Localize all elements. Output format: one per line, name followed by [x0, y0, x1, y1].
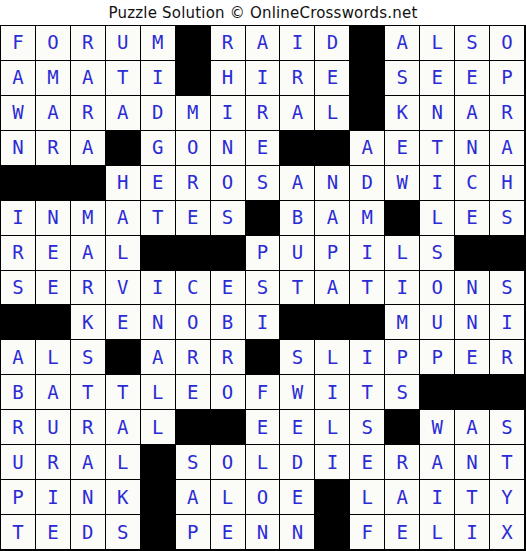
letter-cell-r9c13: U [420, 305, 455, 340]
letter-cell-r15c12: E [385, 515, 420, 550]
letter-cell-r1c12: A [385, 26, 420, 61]
letter-cell-r15c13: L [420, 515, 455, 550]
letter-cell-r14c14: T [455, 480, 490, 515]
letter-cell-r10c15: R [490, 340, 525, 375]
black-cell-r10c4 [106, 340, 141, 375]
letter-cell-r2c1: A [1, 61, 36, 96]
letter-cell-r2c13: E [420, 61, 455, 96]
letter-cell-r13c10: I [315, 445, 350, 480]
letter-cell-r13c1: U [1, 445, 36, 480]
letter-cell-r10c13: P [420, 340, 455, 375]
black-cell-r12c6 [176, 410, 211, 445]
letter-cell-r9c12: M [385, 305, 420, 340]
letter-cell-r15c3: D [71, 515, 106, 550]
letter-cell-r3c2: A [36, 96, 71, 131]
letter-cell-r8c10: A [315, 271, 350, 306]
black-cell-r11c14 [455, 375, 490, 410]
letter-cell-r15c9: N [280, 515, 315, 550]
letter-cell-r10c3: S [71, 340, 106, 375]
letter-cell-r3c3: R [71, 96, 106, 131]
letter-cell-r12c4: A [106, 410, 141, 445]
letter-cell-r12c2: U [36, 410, 71, 445]
letter-cell-r3c1: W [1, 96, 36, 131]
letter-cell-r5c14: C [455, 166, 490, 201]
letter-cell-r14c7: L [211, 480, 246, 515]
black-cell-r11c15 [490, 375, 525, 410]
letter-cell-r4c6: O [176, 131, 211, 166]
letter-cell-r5c13: I [420, 166, 455, 201]
letter-cell-r15c11: F [350, 515, 385, 550]
letter-cell-r13c4: L [106, 445, 141, 480]
black-cell-r7c5 [141, 236, 176, 271]
letter-cell-r7c4: L [106, 236, 141, 271]
letter-cell-r13c8: L [246, 445, 281, 480]
letter-cell-r10c10: L [315, 340, 350, 375]
letter-cell-r11c7: O [211, 375, 246, 410]
page-title: Puzzle Solution © OnlineCrosswords.net [0, 0, 526, 25]
black-cell-r10c8 [246, 340, 281, 375]
letter-cell-r3c12: K [385, 96, 420, 131]
letter-cell-r12c8: E [246, 410, 281, 445]
letter-cell-r7c9: U [280, 236, 315, 271]
letter-cell-r11c9: W [280, 375, 315, 410]
letter-cell-r9c15: I [490, 305, 525, 340]
letter-cell-r3c4: A [106, 96, 141, 131]
letter-cell-r5c5: E [141, 166, 176, 201]
black-cell-r12c7 [211, 410, 246, 445]
letter-cell-r12c15: S [490, 410, 525, 445]
letter-cell-r10c11: I [350, 340, 385, 375]
letter-cell-r6c11: M [350, 201, 385, 236]
letter-cell-r8c1: S [1, 271, 36, 306]
black-cell-r13c5 [141, 445, 176, 480]
black-cell-r6c8 [246, 201, 281, 236]
letter-cell-r5c9: A [280, 166, 315, 201]
letter-cell-r10c12: P [385, 340, 420, 375]
letter-cell-r9c7: B [211, 305, 246, 340]
letter-cell-r12c13: W [420, 410, 455, 445]
black-cell-r4c10 [315, 131, 350, 166]
letter-cell-r15c4: S [106, 515, 141, 550]
letter-cell-r1c2: O [36, 26, 71, 61]
letter-cell-r6c6: E [176, 201, 211, 236]
black-cell-r6c12 [385, 201, 420, 236]
letter-cell-r14c1: P [1, 480, 36, 515]
letter-cell-r15c1: T [1, 515, 36, 550]
black-cell-r14c5 [141, 480, 176, 515]
letter-cell-r15c6: P [176, 515, 211, 550]
black-cell-r9c1 [1, 305, 36, 340]
letter-cell-r13c2: R [36, 445, 71, 480]
black-cell-r5c1 [1, 166, 36, 201]
letter-cell-r2c10: E [315, 61, 350, 96]
letter-cell-r13c13: A [420, 445, 455, 480]
letter-cell-r8c7: E [211, 271, 246, 306]
black-cell-r9c2 [36, 305, 71, 340]
letter-cell-r2c15: P [490, 61, 525, 96]
letter-cell-r11c12: S [385, 375, 420, 410]
letter-cell-r13c6: S [176, 445, 211, 480]
letter-cell-r8c13: O [420, 271, 455, 306]
letter-cell-r1c8: A [246, 26, 281, 61]
letter-cell-r2c8: I [246, 61, 281, 96]
letter-cell-r13c12: R [385, 445, 420, 480]
letter-cell-r5c12: W [385, 166, 420, 201]
letter-cell-r9c6: O [176, 305, 211, 340]
black-cell-r14c10 [315, 480, 350, 515]
letter-cell-r5c11: D [350, 166, 385, 201]
black-cell-r1c6 [176, 26, 211, 61]
letter-cell-r7c10: P [315, 236, 350, 271]
letter-cell-r1c14: S [455, 26, 490, 61]
letter-cell-r1c3: R [71, 26, 106, 61]
black-cell-r9c11 [350, 305, 385, 340]
letter-cell-r14c11: L [350, 480, 385, 515]
black-cell-r4c4 [106, 131, 141, 166]
letter-cell-r10c2: L [36, 340, 71, 375]
letter-cell-r8c2: E [36, 271, 71, 306]
letter-cell-r8c5: I [141, 271, 176, 306]
black-cell-r7c14 [455, 236, 490, 271]
letter-cell-r6c4: A [106, 201, 141, 236]
crossword-grid: FORUMRAIDALSOAMATIHIRESEEPWARADMIRALKNAR… [0, 25, 526, 551]
letter-cell-r1c5: M [141, 26, 176, 61]
letter-cell-r3c5: D [141, 96, 176, 131]
letter-cell-r13c7: O [211, 445, 246, 480]
letter-cell-r2c12: S [385, 61, 420, 96]
letter-cell-r12c14: A [455, 410, 490, 445]
black-cell-r15c5 [141, 515, 176, 550]
black-cell-r4c9 [280, 131, 315, 166]
letter-cell-r4c2: R [36, 131, 71, 166]
letter-cell-r9c14: N [455, 305, 490, 340]
letter-cell-r12c11: S [350, 410, 385, 445]
letter-cell-r15c7: E [211, 515, 246, 550]
letter-cell-r3c14: A [455, 96, 490, 131]
letter-cell-r8c12: I [385, 271, 420, 306]
letter-cell-r6c15: S [490, 201, 525, 236]
letter-cell-r6c5: T [141, 201, 176, 236]
letter-cell-r13c11: E [350, 445, 385, 480]
letter-cell-r1c10: D [315, 26, 350, 61]
letter-cell-r6c2: N [36, 201, 71, 236]
letter-cell-r9c8: I [246, 305, 281, 340]
letter-cell-r14c4: K [106, 480, 141, 515]
letter-cell-r4c1: N [1, 131, 36, 166]
letter-cell-r10c5: A [141, 340, 176, 375]
letter-cell-r8c15: S [490, 271, 525, 306]
letter-cell-r1c4: U [106, 26, 141, 61]
letter-cell-r2c5: I [141, 61, 176, 96]
letter-cell-r4c15: A [490, 131, 525, 166]
letter-cell-r8c6: C [176, 271, 211, 306]
letter-cell-r11c6: E [176, 375, 211, 410]
black-cell-r11c13 [420, 375, 455, 410]
black-cell-r15c10 [315, 515, 350, 550]
letter-cell-r5c6: R [176, 166, 211, 201]
black-cell-r7c6 [176, 236, 211, 271]
letter-cell-r10c1: A [1, 340, 36, 375]
letter-cell-r13c3: A [71, 445, 106, 480]
letter-cell-r3c8: R [246, 96, 281, 131]
letter-cell-r5c7: O [211, 166, 246, 201]
letter-cell-r1c1: F [1, 26, 36, 61]
letter-cell-r8c14: N [455, 271, 490, 306]
letter-cell-r5c4: H [106, 166, 141, 201]
letter-cell-r4c7: N [211, 131, 246, 166]
letter-cell-r11c4: T [106, 375, 141, 410]
letter-cell-r1c15: O [490, 26, 525, 61]
letter-cell-r5c10: N [315, 166, 350, 201]
letter-cell-r13c15: T [490, 445, 525, 480]
letter-cell-r3c10: L [315, 96, 350, 131]
letter-cell-r14c12: A [385, 480, 420, 515]
letter-cell-r14c13: I [420, 480, 455, 515]
black-cell-r9c10 [315, 305, 350, 340]
letter-cell-r8c9: T [280, 271, 315, 306]
letter-cell-r2c7: H [211, 61, 246, 96]
letter-cell-r10c7: R [211, 340, 246, 375]
letter-cell-r13c9: D [280, 445, 315, 480]
letter-cell-r11c11: T [350, 375, 385, 410]
letter-cell-r4c5: G [141, 131, 176, 166]
letter-cell-r3c13: N [420, 96, 455, 131]
letter-cell-r5c8: S [246, 166, 281, 201]
letter-cell-r8c8: S [246, 271, 281, 306]
letter-cell-r8c3: R [71, 271, 106, 306]
letter-cell-r4c13: T [420, 131, 455, 166]
letter-cell-r6c14: E [455, 201, 490, 236]
letter-cell-r12c9: E [280, 410, 315, 445]
letter-cell-r1c13: L [420, 26, 455, 61]
letter-cell-r7c12: L [385, 236, 420, 271]
letter-cell-r10c6: R [176, 340, 211, 375]
letter-cell-r7c13: S [420, 236, 455, 271]
letter-cell-r3c6: M [176, 96, 211, 131]
letter-cell-r4c8: E [246, 131, 281, 166]
letter-cell-r11c2: A [36, 375, 71, 410]
letter-cell-r7c8: P [246, 236, 281, 271]
black-cell-r3c11 [350, 96, 385, 131]
letter-cell-r4c14: N [455, 131, 490, 166]
black-cell-r2c6 [176, 61, 211, 96]
letter-cell-r11c5: L [141, 375, 176, 410]
letter-cell-r15c15: X [490, 515, 525, 550]
letter-cell-r2c4: T [106, 61, 141, 96]
letter-cell-r7c2: E [36, 236, 71, 271]
letter-cell-r14c2: I [36, 480, 71, 515]
letter-cell-r14c9: E [280, 480, 315, 515]
letter-cell-r14c3: N [71, 480, 106, 515]
letter-cell-r6c7: S [211, 201, 246, 236]
black-cell-r1c11 [350, 26, 385, 61]
letter-cell-r12c1: R [1, 410, 36, 445]
black-cell-r5c2 [36, 166, 71, 201]
letter-cell-r1c7: R [211, 26, 246, 61]
letter-cell-r11c10: I [315, 375, 350, 410]
letter-cell-r3c9: A [280, 96, 315, 131]
letter-cell-r6c3: M [71, 201, 106, 236]
letter-cell-r7c3: A [71, 236, 106, 271]
letter-cell-r11c1: B [1, 375, 36, 410]
letter-cell-r10c9: S [280, 340, 315, 375]
letter-cell-r12c5: L [141, 410, 176, 445]
letter-cell-r4c3: A [71, 131, 106, 166]
letter-cell-r9c5: N [141, 305, 176, 340]
letter-cell-r14c8: O [246, 480, 281, 515]
letter-cell-r2c14: E [455, 61, 490, 96]
letter-cell-r7c11: I [350, 236, 385, 271]
letter-cell-r13c14: N [455, 445, 490, 480]
letter-cell-r4c12: E [385, 131, 420, 166]
black-cell-r5c3 [71, 166, 106, 201]
letter-cell-r3c7: I [211, 96, 246, 131]
letter-cell-r5c15: H [490, 166, 525, 201]
letter-cell-r2c3: A [71, 61, 106, 96]
black-cell-r12c12 [385, 410, 420, 445]
letter-cell-r11c3: T [71, 375, 106, 410]
letter-cell-r2c2: M [36, 61, 71, 96]
letter-cell-r15c8: N [246, 515, 281, 550]
letter-cell-r6c9: B [280, 201, 315, 236]
letter-cell-r11c8: F [246, 375, 281, 410]
letter-cell-r4c11: A [350, 131, 385, 166]
letter-cell-r9c4: E [106, 305, 141, 340]
letter-cell-r12c3: R [71, 410, 106, 445]
black-cell-r7c15 [490, 236, 525, 271]
letter-cell-r10c14: E [455, 340, 490, 375]
letter-cell-r2c9: R [280, 61, 315, 96]
black-cell-r7c7 [211, 236, 246, 271]
letter-cell-r6c10: A [315, 201, 350, 236]
letter-cell-r14c6: A [176, 480, 211, 515]
letter-cell-r8c11: T [350, 271, 385, 306]
letter-cell-r6c13: L [420, 201, 455, 236]
letter-cell-r9c3: K [71, 305, 106, 340]
letter-cell-r7c1: R [1, 236, 36, 271]
letter-cell-r12c10: L [315, 410, 350, 445]
letter-cell-r1c9: I [280, 26, 315, 61]
black-cell-r9c9 [280, 305, 315, 340]
letter-cell-r15c14: I [455, 515, 490, 550]
black-cell-r2c11 [350, 61, 385, 96]
letter-cell-r14c15: Y [490, 480, 525, 515]
letter-cell-r6c1: I [1, 201, 36, 236]
letter-cell-r15c2: E [36, 515, 71, 550]
letter-cell-r8c4: V [106, 271, 141, 306]
letter-cell-r3c15: R [490, 96, 525, 131]
